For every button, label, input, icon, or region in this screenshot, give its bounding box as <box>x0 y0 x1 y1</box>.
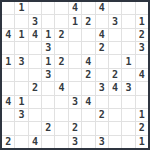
cell-r5c1[interactable]: 1 <box>2 55 14 67</box>
cell-r10c4[interactable]: 2 <box>42 122 54 134</box>
cell-r7c7[interactable] <box>82 82 94 94</box>
cell-r4c10[interactable] <box>122 42 134 54</box>
cell-r9c7[interactable] <box>82 109 94 121</box>
cell-r2c3[interactable]: 3 <box>29 15 41 27</box>
cell-r6c3[interactable] <box>29 69 41 81</box>
cell-r8c1[interactable]: 4 <box>2 96 14 108</box>
cell-r11c7[interactable] <box>82 136 94 148</box>
cell-r11c4[interactable] <box>42 136 54 148</box>
cell-r8c2[interactable]: 1 <box>15 96 27 108</box>
cell-r5c11[interactable] <box>136 55 148 67</box>
cell-r10c2[interactable] <box>15 122 27 134</box>
cell-r3c9[interactable] <box>109 29 121 41</box>
cell-r10c5[interactable] <box>55 122 67 134</box>
cell-r5c10[interactable]: 1 <box>122 55 134 67</box>
cell-r2c9[interactable]: 3 <box>109 15 121 27</box>
cell-r2c2[interactable] <box>15 15 27 27</box>
cell-r9c5[interactable] <box>55 109 67 121</box>
cell-r6c7[interactable]: 2 <box>82 69 94 81</box>
cell-r9c8[interactable]: 2 <box>96 109 108 121</box>
cell-r7c10[interactable]: 3 <box>122 82 134 94</box>
cell-r11c5[interactable] <box>55 136 67 148</box>
cell-r2c6[interactable]: 1 <box>69 15 81 27</box>
cell-r3c1[interactable]: 4 <box>2 29 14 41</box>
cell-r2c8[interactable] <box>96 15 108 27</box>
cell-r1c2[interactable]: 1 <box>15 2 27 14</box>
cell-r7c11[interactable] <box>136 82 148 94</box>
cell-r8c3[interactable] <box>29 96 41 108</box>
cell-r10c7[interactable] <box>82 122 94 134</box>
cell-r4c2[interactable] <box>15 42 27 54</box>
cell-r4c3[interactable] <box>29 42 41 54</box>
cell-r9c10[interactable] <box>122 109 134 121</box>
cell-r6c8[interactable] <box>96 69 108 81</box>
cell-r7c8[interactable]: 3 <box>96 82 108 94</box>
cell-r5c8[interactable] <box>96 55 108 67</box>
cell-r1c8[interactable]: 4 <box>96 2 108 14</box>
cell-r5c6[interactable] <box>69 55 81 67</box>
cell-r4c1[interactable] <box>2 42 14 54</box>
cell-r2c4[interactable] <box>42 15 54 27</box>
cell-r1c5[interactable] <box>55 2 67 14</box>
cell-r3c10[interactable] <box>122 29 134 41</box>
cell-r8c5[interactable] <box>55 96 67 108</box>
cell-r9c9[interactable] <box>109 109 121 121</box>
cell-r6c5[interactable] <box>55 69 67 81</box>
cell-r8c10[interactable] <box>122 96 134 108</box>
cell-r5c2[interactable]: 3 <box>15 55 27 67</box>
cell-r9c11[interactable]: 1 <box>136 109 148 121</box>
cell-r8c9[interactable] <box>109 96 121 108</box>
cell-r1c6[interactable]: 4 <box>69 2 81 14</box>
cell-r5c5[interactable]: 2 <box>55 55 67 67</box>
cell-r1c3[interactable] <box>29 2 41 14</box>
cell-r6c11[interactable]: 4 <box>136 69 148 81</box>
cell-r3c5[interactable]: 2 <box>55 29 67 41</box>
cell-r5c3[interactable] <box>29 55 41 67</box>
cell-r5c9[interactable] <box>109 55 121 67</box>
cell-r5c7[interactable]: 4 <box>82 55 94 67</box>
cell-r8c6[interactable]: 3 <box>69 96 81 108</box>
cell-r6c10[interactable] <box>122 69 134 81</box>
cell-r7c9[interactable]: 4 <box>109 82 121 94</box>
cell-r11c6[interactable]: 3 <box>69 136 81 148</box>
cell-r9c1[interactable] <box>2 109 14 121</box>
cell-r11c3[interactable]: 4 <box>29 136 41 148</box>
cell-r10c8[interactable] <box>96 122 108 134</box>
cell-r2c10[interactable] <box>122 15 134 27</box>
cell-r6c1[interactable] <box>2 69 14 81</box>
cell-r2c11[interactable]: 1 <box>136 15 148 27</box>
cell-r3c4[interactable]: 1 <box>42 29 54 41</box>
cell-r11c1[interactable]: 2 <box>2 136 14 148</box>
cell-r1c1[interactable] <box>2 2 14 14</box>
cell-r11c9[interactable] <box>109 136 121 148</box>
cell-r6c4[interactable]: 3 <box>42 69 54 81</box>
cell-r8c7[interactable]: 4 <box>82 96 94 108</box>
cell-r3c2[interactable]: 1 <box>15 29 27 41</box>
cell-r7c2[interactable] <box>15 82 27 94</box>
cell-r9c3[interactable] <box>29 109 41 121</box>
cell-r3c7[interactable] <box>82 29 94 41</box>
cell-r7c5[interactable]: 4 <box>55 82 67 94</box>
cell-r4c5[interactable] <box>55 42 67 54</box>
puzzle-board: 1443123141412423231312413224243434134321… <box>0 0 150 150</box>
cell-r3c11[interactable]: 2 <box>136 29 148 41</box>
cell-r1c4[interactable] <box>42 2 54 14</box>
cell-r9c4[interactable] <box>42 109 54 121</box>
cell-r6c2[interactable] <box>15 69 27 81</box>
cell-r11c8[interactable]: 3 <box>96 136 108 148</box>
cell-r4c11[interactable]: 3 <box>136 42 148 54</box>
cell-r7c4[interactable] <box>42 82 54 94</box>
cell-r7c1[interactable] <box>2 82 14 94</box>
cell-r10c1[interactable] <box>2 122 14 134</box>
cell-r10c11[interactable]: 2 <box>136 122 148 134</box>
cell-r10c6[interactable]: 2 <box>69 122 81 134</box>
cell-r8c4[interactable] <box>42 96 54 108</box>
cell-r1c10[interactable] <box>122 2 134 14</box>
cell-r1c9[interactable] <box>109 2 121 14</box>
cell-r8c11[interactable] <box>136 96 148 108</box>
cell-r11c2[interactable] <box>15 136 27 148</box>
cell-r4c8[interactable]: 2 <box>96 42 108 54</box>
cell-r1c11[interactable] <box>136 2 148 14</box>
cell-r1c7[interactable] <box>82 2 94 14</box>
cell-r11c10[interactable] <box>122 136 134 148</box>
cell-r6c9[interactable]: 2 <box>109 69 121 81</box>
cell-r8c8[interactable] <box>96 96 108 108</box>
cell-r3c6[interactable] <box>69 29 81 41</box>
cell-r7c6[interactable] <box>69 82 81 94</box>
cell-r4c4[interactable]: 3 <box>42 42 54 54</box>
cell-r6c6[interactable] <box>69 69 81 81</box>
cell-r9c2[interactable]: 3 <box>15 109 27 121</box>
cell-r2c5[interactable] <box>55 15 67 27</box>
cell-r2c7[interactable]: 2 <box>82 15 94 27</box>
cell-r3c3[interactable]: 4 <box>29 29 41 41</box>
cell-r3c8[interactable]: 4 <box>96 29 108 41</box>
cell-r10c9[interactable] <box>109 122 121 134</box>
cell-r10c3[interactable] <box>29 122 41 134</box>
cell-r4c9[interactable] <box>109 42 121 54</box>
cell-r4c7[interactable] <box>82 42 94 54</box>
cell-r7c3[interactable]: 2 <box>29 82 41 94</box>
cell-r10c10[interactable] <box>122 122 134 134</box>
cell-r11c11[interactable]: 1 <box>136 136 148 148</box>
cell-r4c6[interactable] <box>69 42 81 54</box>
cell-r9c6[interactable] <box>69 109 81 121</box>
cell-r5c4[interactable]: 1 <box>42 55 54 67</box>
cell-r2c1[interactable] <box>2 15 14 27</box>
